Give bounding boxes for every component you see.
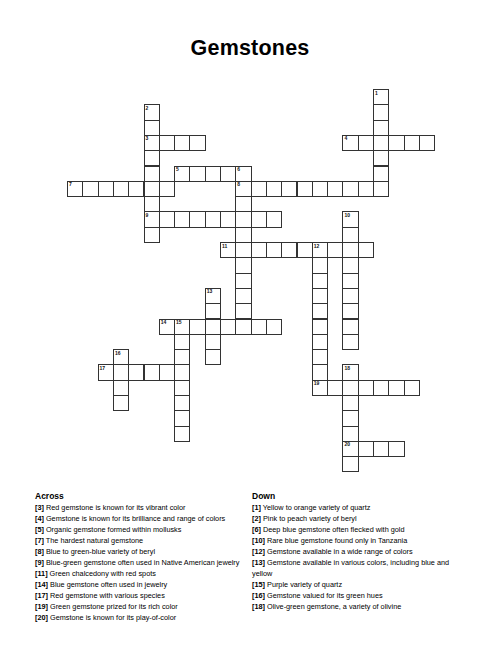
clue-number: [9] [35,558,44,567]
clue-number: [20] [35,613,48,622]
down-clues-section: Down [1] Yellow to orange variety of qua… [252,490,470,612]
clue: [14] Blue gemstone often used in jewelry [35,579,250,590]
cell-number: 16 [115,351,121,356]
grid-cell[interactable] [373,135,389,151]
clue-number: [13] [252,558,265,567]
grid-cell[interactable] [312,303,328,319]
grid-cell[interactable] [342,410,358,426]
across-clue-list: [3] Red gemstone is known for its vibran… [35,502,250,623]
grid-cell[interactable] [144,196,160,212]
grid-cell[interactable] [189,211,205,227]
cell-number: 4 [344,136,347,141]
grid-cell[interactable] [235,303,251,319]
grid-cell[interactable] [174,211,190,227]
grid-cell[interactable] [113,181,129,197]
cell-number: 18 [344,366,350,371]
grid-cell[interactable] [174,395,190,411]
grid-cell[interactable] [373,120,389,136]
grid-cell[interactable] [159,135,175,151]
grid-cell[interactable] [342,395,358,411]
grid-cell[interactable] [144,150,160,166]
grid-cell[interactable] [419,135,435,151]
grid-cell[interactable] [388,380,404,396]
clue: [13] Gemstone available in various color… [252,557,470,579]
grid-cell[interactable] [220,166,236,182]
clue: [19] Green gemstone prized for its rich … [35,601,250,612]
cell-number: 14 [161,320,167,325]
grid-cell[interactable] [205,211,221,227]
clue: [11] Green chalcedony with red spots [35,568,250,579]
cell-number: 5 [176,167,179,172]
cell-number: 3 [146,136,149,141]
grid-cell[interactable] [189,166,205,182]
grid-cell[interactable] [342,456,358,472]
across-clues-section: Across [3] Red gemstone is known for its… [35,490,250,623]
clue: [6] Deep blue gemstone often flecked wit… [252,524,470,535]
grid-cell[interactable] [144,120,160,136]
grid-cell[interactable] [174,410,190,426]
clue: [3] Red gemstone is known for its vibran… [35,502,250,513]
clue-number: [18] [252,602,265,611]
grid-cell[interactable] [205,166,221,182]
crossword-grid: 1234567891011121314151617181920 [67,89,436,473]
grid-cell[interactable] [312,273,328,289]
grid-cell[interactable] [327,380,343,396]
grid-cell[interactable] [342,303,358,319]
down-clue-list: [1] Yellow to orange variety of quartz[2… [252,502,470,612]
grid-cell[interactable] [297,181,313,197]
grid-cell[interactable] [144,181,160,197]
clue-number: [6] [252,525,261,534]
grid-cell[interactable] [235,257,251,273]
grid-cell[interactable] [358,181,374,197]
grid-cell[interactable] [235,242,251,258]
grid-cell[interactable] [205,349,221,365]
cell-number: 10 [344,213,350,218]
grid-cell[interactable] [235,319,251,335]
clue-number: [15] [252,580,265,589]
grid-cell[interactable] [251,181,267,197]
grid-cell[interactable] [373,166,389,182]
grid-cell[interactable] [266,181,282,197]
cell-number: 13 [207,289,213,294]
clue: [20] Gemstone is known for its play-of-c… [35,612,250,623]
grid-cell[interactable] [220,211,236,227]
grid-cell[interactable] [342,288,358,304]
grid-cell[interactable] [266,242,282,258]
grid-cell[interactable] [189,135,205,151]
grid-cell[interactable] [312,349,328,365]
grid-cell[interactable] [235,227,251,243]
grid-cell[interactable] [205,303,221,319]
grid-cell[interactable] [144,364,160,380]
grid-cell[interactable] [113,395,129,411]
grid-cell[interactable] [358,135,374,151]
grid-cell[interactable] [113,380,129,396]
grid-cell[interactable] [342,181,358,197]
grid-cell[interactable] [388,441,404,457]
grid-cell[interactable] [342,319,358,335]
clue: [1] Yellow to orange variety of quartz [252,502,470,513]
grid-cell[interactable] [220,319,236,335]
grid-cell[interactable] [174,364,190,380]
grid-cell[interactable] [174,426,190,442]
clue: [4] Gemstone is known for its brilliance… [35,513,250,524]
crossword-page: Gemstones 123456789101112131415161718192… [0,0,500,647]
grid-cell[interactable] [159,364,175,380]
grid-cell[interactable] [235,273,251,289]
grid-cell[interactable] [327,242,343,258]
grid-cell[interactable] [312,181,328,197]
cell-number: 9 [146,213,149,218]
cell-number: 7 [69,182,72,187]
grid-cell[interactable] [373,150,389,166]
cell-number: 17 [100,366,106,371]
grid-cell[interactable] [159,181,175,197]
grid-cell[interactable] [312,334,328,350]
grid-cell[interactable] [235,288,251,304]
grid-cell[interactable] [266,319,282,335]
grid-cell[interactable] [251,211,267,227]
clue-number: [4] [35,514,44,523]
clue-number: [11] [35,569,48,578]
grid-cell[interactable] [312,257,328,273]
grid-cell[interactable] [235,196,251,212]
clue: [15] Purple variety of quartz [252,579,470,590]
grid-cell[interactable] [174,135,190,151]
grid-cell[interactable] [235,211,251,227]
grid-cell[interactable] [128,181,144,197]
clue: [10] Rare blue gemstone found only in Ta… [252,535,470,546]
clue-number: [12] [252,547,265,556]
grid-cell[interactable] [144,166,160,182]
down-header: Down [252,490,470,502]
grid-cell[interactable] [128,364,144,380]
grid-cell[interactable] [251,242,267,258]
cell-number: 15 [176,320,182,325]
clue-number: [3] [35,503,44,512]
grid-cell[interactable] [297,242,313,258]
clue: [16] Gemstone valued for its green hues [252,590,470,601]
grid-cell[interactable] [205,319,221,335]
cell-number: 12 [314,244,320,249]
cell-number: 19 [314,381,320,386]
clue-number: [5] [35,525,44,534]
clue-number: [16] [252,591,265,600]
grid-cell[interactable] [312,288,328,304]
grid-cell[interactable] [404,135,420,151]
grid-cell[interactable] [342,380,358,396]
grid-cell[interactable] [251,319,267,335]
clue: [2] Pink to peach variety of beryl [252,513,470,524]
grid-cell[interactable] [312,319,328,335]
grid-cell[interactable] [358,380,374,396]
grid-cell[interactable] [342,334,358,350]
grid-cell[interactable] [174,349,190,365]
grid-cell[interactable] [266,211,282,227]
grid-cell[interactable] [159,211,175,227]
grid-cell[interactable] [342,426,358,442]
cell-number: 8 [237,182,240,187]
grid-cell[interactable] [174,380,190,396]
cell-number: 20 [344,442,350,447]
grid-cell[interactable] [373,181,389,197]
grid-cell[interactable] [327,181,343,197]
clue-number: [10] [252,536,265,545]
across-header: Across [35,490,250,502]
grid-cell[interactable] [281,181,297,197]
grid-cell[interactable] [82,181,98,197]
grid-cell[interactable] [342,242,358,258]
grid-cell[interactable] [312,364,328,380]
grid-cell[interactable] [358,242,374,258]
grid-cell[interactable] [373,380,389,396]
clue-number: [8] [35,547,44,556]
clue-number: [19] [35,602,48,611]
clue: [17] Red gemstone with various species [35,590,250,601]
grid-cell[interactable] [342,227,358,243]
grid-cell[interactable] [358,441,374,457]
clue: [7] The hardest natural gemstone [35,535,250,546]
grid-cell[interactable] [174,334,190,350]
clue: [12] Gemstone available in a wide range … [252,546,470,557]
grid-cell[interactable] [98,181,114,197]
grid-cell[interactable] [144,227,160,243]
clue: [5] Organic gemstone formed within mollu… [35,524,250,535]
clue: [18] Olive-green gemstone, a variety of … [252,601,470,612]
grid-cell[interactable] [404,380,420,396]
grid-cell[interactable] [342,257,358,273]
clue: [9] Blue-green gemstone often used in Na… [35,557,250,568]
page-title: Gemstones [0,36,500,61]
grid-cell[interactable] [388,135,404,151]
clue-number: [17] [35,591,48,600]
clue: [8] Blue to green-blue variety of beryl [35,546,250,557]
cell-number: 11 [222,244,227,249]
cell-number: 2 [146,106,149,111]
clue-number: [7] [35,536,44,545]
cell-number: 6 [237,167,240,172]
grid-cell[interactable] [189,319,205,335]
grid-cell[interactable] [113,364,129,380]
clue-number: [1] [252,503,261,512]
clue-number: [14] [35,580,48,589]
grid-cell[interactable] [342,273,358,289]
grid-cell[interactable] [373,441,389,457]
clue-number: [2] [252,514,261,523]
grid-cell[interactable] [205,334,221,350]
cell-number: 1 [375,91,378,96]
grid-cell[interactable] [373,104,389,120]
grid-cell[interactable] [281,242,297,258]
